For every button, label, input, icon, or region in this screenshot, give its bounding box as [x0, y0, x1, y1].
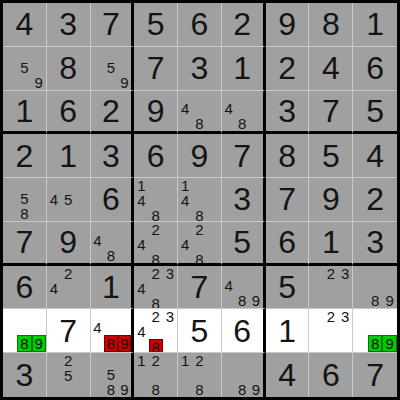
- candidate-grid: 89: [353, 309, 397, 352]
- cell-r8c9[interactable]: 89: [353, 309, 397, 353]
- cell-r7c7[interactable]: 5: [266, 266, 310, 310]
- solved-digit: 9: [191, 140, 209, 172]
- candidate-grid: 48: [178, 91, 221, 132]
- cell-r8c3[interactable]: 489: [91, 309, 135, 353]
- candidate-5: 5: [61, 368, 75, 383]
- cell-r3c5[interactable]: 48: [178, 91, 222, 135]
- candidate-1: 1: [178, 178, 192, 193]
- cell-r8c8[interactable]: 23: [309, 309, 353, 353]
- cell-r3c2[interactable]: 6: [47, 91, 91, 135]
- candidate-1: 1: [134, 353, 148, 368]
- candidate-grid: 589: [91, 353, 132, 397]
- solved-digit: 7: [102, 8, 120, 40]
- candidate-2: 2: [149, 353, 163, 368]
- cell-r6c9[interactable]: 3: [353, 222, 397, 266]
- cell-r2c6[interactable]: 1: [222, 47, 266, 91]
- solved-digit: 5: [278, 271, 296, 303]
- solved-digit: 1: [15, 95, 33, 127]
- cell-r3c6[interactable]: 48: [222, 91, 266, 135]
- candidate-1: 1: [178, 353, 192, 368]
- cell-r9c6[interactable]: 89: [222, 353, 266, 397]
- candidate-8: 8: [149, 382, 163, 397]
- candidate-grid: 45: [47, 178, 90, 221]
- candidate-4: 4: [134, 237, 148, 252]
- cell-r1c6[interactable]: 2: [222, 3, 266, 47]
- cell-r6c2[interactable]: 9: [47, 222, 91, 266]
- candidate-5: 5: [61, 192, 75, 207]
- candidate-9-green: 9: [32, 335, 46, 352]
- cell-r7c4[interactable]: 2348: [134, 266, 178, 310]
- solved-digit: 1: [102, 271, 120, 303]
- cell-r5c8[interactable]: 9: [309, 178, 353, 222]
- cell-r4c3[interactable]: 3: [91, 134, 135, 178]
- solved-digit: 1: [233, 52, 251, 84]
- cell-r4c9[interactable]: 4: [353, 134, 397, 178]
- cell-r3c7[interactable]: 3: [266, 91, 310, 135]
- cell-r2c7[interactable]: 2: [266, 47, 310, 91]
- candidate-8: 8: [149, 208, 163, 222]
- solved-digit: 1: [59, 140, 77, 172]
- solved-digit: 2: [102, 95, 120, 127]
- cell-r4c1[interactable]: 2: [3, 134, 47, 178]
- cell-r6c1[interactable]: 7: [3, 222, 47, 266]
- candidate-grid: 2348: [134, 309, 177, 352]
- cell-r8c5[interactable]: 5: [178, 309, 222, 353]
- cell-r2c9[interactable]: 6: [353, 47, 397, 91]
- candidate-9: 9: [249, 382, 263, 397]
- cell-r6c8[interactable]: 1: [309, 222, 353, 266]
- cell-r1c1[interactable]: 4: [3, 3, 47, 47]
- solved-digit: 3: [366, 226, 384, 258]
- cell-r9c4[interactable]: 128: [134, 353, 178, 397]
- candidate-8: 8: [104, 248, 118, 263]
- cell-r3c4[interactable]: 9: [134, 91, 178, 135]
- candidate-8: 8: [192, 116, 206, 131]
- solved-digit: 3: [233, 183, 251, 215]
- candidate-grid: 59: [91, 47, 132, 90]
- solved-digit: 6: [233, 315, 251, 347]
- cell-r4c4[interactable]: 6: [134, 134, 178, 178]
- candidate-2: 2: [149, 266, 163, 281]
- candidate-grid: 89: [353, 266, 397, 309]
- cell-r9c9[interactable]: 7: [353, 353, 397, 397]
- candidate-2: 2: [61, 266, 75, 281]
- candidate-grid: 89: [222, 353, 263, 397]
- cell-r8c4[interactable]: 2348: [134, 309, 178, 353]
- candidate-5: 5: [17, 191, 31, 206]
- cell-r7c5[interactable]: 7: [178, 266, 222, 310]
- solved-digit: 9: [322, 183, 340, 215]
- candidate-4: 4: [47, 281, 61, 296]
- candidate-2: 2: [324, 266, 338, 281]
- cell-r7c6[interactable]: 489: [222, 266, 266, 310]
- solved-digit: 6: [59, 95, 77, 127]
- cell-r2c2[interactable]: 8: [47, 47, 91, 91]
- candidate-4: 4: [178, 193, 192, 208]
- cell-r1c5[interactable]: 6: [178, 3, 222, 47]
- candidate-8-red: 8: [104, 335, 118, 352]
- solved-digit: 9: [59, 226, 77, 258]
- candidate-5: 5: [104, 367, 118, 382]
- solved-digit: 4: [15, 8, 33, 40]
- candidate-4: 4: [134, 324, 148, 339]
- solved-digit: 6: [278, 226, 296, 258]
- solved-digit: 6: [366, 52, 384, 84]
- solved-digit: 2: [233, 8, 251, 40]
- cell-r5c1[interactable]: 58: [3, 178, 47, 222]
- candidate-8: 8: [192, 252, 206, 266]
- cell-r2c4[interactable]: 7: [134, 47, 178, 91]
- solved-digit: 3: [191, 52, 209, 84]
- solved-digit: 5: [322, 140, 340, 172]
- solved-digit: 7: [191, 271, 209, 303]
- solved-digit: 3: [278, 95, 296, 127]
- solved-digit: 7: [278, 183, 296, 215]
- candidate-3: 3: [338, 309, 352, 324]
- candidate-8: 8: [192, 208, 206, 222]
- candidate-grid: 58: [3, 178, 46, 221]
- cell-r1c8[interactable]: 8: [309, 3, 353, 47]
- solved-digit: 7: [59, 315, 77, 347]
- cell-r4c6[interactable]: 7: [222, 134, 266, 178]
- candidate-9: 9: [118, 75, 132, 90]
- candidate-5: 5: [17, 60, 31, 75]
- solved-digit: 6: [15, 271, 33, 303]
- cell-r7c8[interactable]: 23: [309, 266, 353, 310]
- cell-r6c6[interactable]: 5: [222, 222, 266, 266]
- solved-digit: 4: [278, 359, 296, 391]
- cell-r2c8[interactable]: 4: [309, 47, 353, 91]
- candidate-grid: 489: [222, 266, 263, 309]
- candidate-grid: 248: [134, 222, 177, 263]
- cell-r7c1[interactable]: 6: [3, 266, 47, 310]
- solved-digit: 4: [322, 52, 340, 84]
- candidate-grid: 248: [178, 222, 221, 263]
- candidate-grid: 25: [47, 353, 90, 397]
- candidate-1: 1: [134, 178, 148, 193]
- solved-digit: 4: [366, 140, 384, 172]
- solved-digit: 7: [322, 95, 340, 127]
- cell-r1c3[interactable]: 7: [91, 3, 135, 47]
- candidate-4: 4: [178, 237, 192, 252]
- solved-digit: 7: [233, 140, 251, 172]
- candidate-3: 3: [163, 309, 177, 324]
- candidate-8-green: 8: [17, 335, 31, 352]
- candidate-2: 2: [149, 309, 163, 324]
- solved-digit: 6: [102, 183, 120, 215]
- cell-r5c3[interactable]: 6: [91, 178, 135, 222]
- cell-r5c6[interactable]: 3: [222, 178, 266, 222]
- candidate-9: 9: [118, 382, 132, 397]
- solved-digit: 5: [233, 226, 251, 258]
- candidate-2: 2: [192, 222, 206, 237]
- solved-digit: 1: [366, 8, 384, 40]
- solved-digit: 8: [59, 52, 77, 84]
- candidate-2: 2: [149, 222, 163, 237]
- candidate-3: 3: [338, 266, 352, 281]
- candidate-2: 2: [324, 309, 338, 324]
- candidate-4: 4: [134, 281, 148, 296]
- candidate-4: 4: [47, 192, 61, 207]
- cell-r6c7[interactable]: 6: [266, 222, 310, 266]
- candidate-grid: 128: [178, 353, 221, 397]
- cell-r3c3[interactable]: 2: [91, 91, 135, 135]
- solved-digit: 2: [278, 52, 296, 84]
- candidate-4: 4: [222, 101, 236, 116]
- candidate-9-red: 9: [118, 335, 132, 352]
- cell-r3c1[interactable]: 1: [3, 91, 47, 135]
- solved-digit: 6: [191, 8, 209, 40]
- solved-digit: 9: [278, 8, 296, 40]
- cell-r2c5[interactable]: 3: [178, 47, 222, 91]
- cell-r9c1[interactable]: 3: [3, 353, 47, 397]
- solved-digit: 2: [15, 140, 33, 172]
- candidate-grid: 148: [178, 178, 221, 221]
- candidate-8: 8: [235, 116, 249, 131]
- cell-r5c7[interactable]: 7: [266, 178, 310, 222]
- cell-r9c7[interactable]: 4: [266, 353, 310, 397]
- cell-r9c5[interactable]: 128: [178, 353, 222, 397]
- cell-r7c3[interactable]: 1: [91, 266, 135, 310]
- candidate-5: 5: [104, 60, 118, 75]
- candidate-8: 8: [104, 382, 118, 397]
- cell-r1c7[interactable]: 9: [266, 3, 310, 47]
- cell-r8c6[interactable]: 6: [222, 309, 266, 353]
- candidate-8: 8: [17, 206, 31, 221]
- candidate-9: 9: [382, 293, 397, 308]
- solved-digit: 1: [322, 226, 340, 258]
- candidate-8: 8: [149, 252, 163, 266]
- solved-digit: 9: [147, 95, 165, 127]
- candidate-grid: 23: [309, 266, 352, 309]
- candidate-8: 8: [192, 382, 206, 397]
- cell-r5c4[interactable]: 148: [134, 178, 178, 222]
- cell-r9c2[interactable]: 25: [47, 353, 91, 397]
- solved-digit: 3: [102, 140, 120, 172]
- candidate-grid: 89: [3, 309, 46, 352]
- cell-r8c2[interactable]: 7: [47, 309, 91, 353]
- solved-digit: 2: [366, 183, 384, 215]
- candidate-4: 4: [91, 233, 105, 248]
- solved-digit: 3: [15, 359, 33, 391]
- cell-r4c8[interactable]: 5: [309, 134, 353, 178]
- candidate-2: 2: [192, 353, 206, 368]
- cell-r5c9[interactable]: 2: [353, 178, 397, 222]
- cell-r4c7[interactable]: 8: [266, 134, 310, 178]
- cell-r6c3[interactable]: 48: [91, 222, 135, 266]
- candidate-grid: 489: [91, 309, 132, 352]
- candidate-4: 4: [178, 101, 192, 116]
- candidate-4: 4: [134, 193, 148, 208]
- solved-digit: 1: [278, 315, 296, 347]
- solved-digit: 6: [147, 140, 165, 172]
- candidate-grid: 2348: [134, 266, 177, 309]
- candidate-grid: 128: [134, 353, 177, 397]
- cell-r9c3[interactable]: 589: [91, 353, 135, 397]
- solved-digit: 8: [322, 8, 340, 40]
- candidate-grid: 48: [222, 91, 263, 132]
- cell-r7c2[interactable]: 24: [47, 266, 91, 310]
- cell-r4c2[interactable]: 1: [47, 134, 91, 178]
- cell-r3c8[interactable]: 7: [309, 91, 353, 135]
- cell-r5c2[interactable]: 45: [47, 178, 91, 222]
- solved-digit: 6: [322, 359, 340, 391]
- candidate-8-red: 8: [149, 339, 163, 353]
- solved-digit: 7: [366, 359, 384, 391]
- cell-r4c5[interactable]: 9: [178, 134, 222, 178]
- candidate-grid: 24: [47, 266, 90, 309]
- candidate-8: 8: [235, 382, 249, 397]
- candidate-grid: 23: [309, 309, 352, 352]
- cell-r3c9[interactable]: 5: [353, 91, 397, 135]
- solved-digit: 3: [59, 8, 77, 40]
- cell-r5c5[interactable]: 148: [178, 178, 222, 222]
- candidate-9: 9: [32, 75, 46, 90]
- candidate-2: 2: [61, 353, 75, 368]
- candidate-grid: 148: [134, 178, 177, 221]
- candidate-8: 8: [149, 296, 163, 310]
- solved-digit: 7: [15, 226, 33, 258]
- candidate-grid: 48: [91, 222, 132, 263]
- candidate-9: 9: [249, 293, 263, 308]
- solved-digit: 8: [278, 140, 296, 172]
- candidate-grid: 59: [3, 47, 46, 90]
- solved-digit: 5: [191, 315, 209, 347]
- cell-r9c8[interactable]: 6: [309, 353, 353, 397]
- cell-r7c9[interactable]: 89: [353, 266, 397, 310]
- candidate-3: 3: [163, 266, 177, 281]
- solved-digit: 5: [147, 8, 165, 40]
- candidate-8: 8: [235, 293, 249, 308]
- cell-r8c7[interactable]: 1: [266, 309, 310, 353]
- candidate-9-green: 9: [382, 335, 397, 352]
- cell-r6c5[interactable]: 248: [178, 222, 222, 266]
- candidate-4: 4: [222, 278, 236, 293]
- cell-r2c1[interactable]: 59: [3, 47, 47, 91]
- candidate-4: 4: [91, 320, 105, 335]
- candidate-8: 8: [368, 293, 383, 308]
- cell-r2c3[interactable]: 59: [91, 47, 135, 91]
- cell-r8c1[interactable]: 89: [3, 309, 47, 353]
- cell-r1c4[interactable]: 5: [134, 3, 178, 47]
- cell-r6c4[interactable]: 248: [134, 222, 178, 266]
- candidate-8-green: 8: [368, 335, 383, 352]
- sudoku-board: 4375629815985973124616294848375213697854…: [0, 0, 400, 400]
- solved-digit: 5: [366, 95, 384, 127]
- solved-digit: 7: [147, 52, 165, 84]
- cell-r1c9[interactable]: 1: [353, 3, 397, 47]
- cell-r1c2[interactable]: 3: [47, 3, 91, 47]
